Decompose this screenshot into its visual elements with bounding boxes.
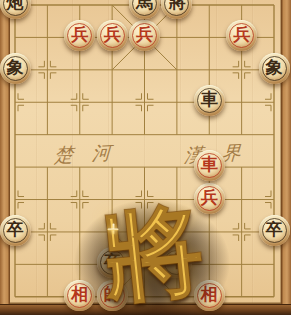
piece-character: 卒 [168, 253, 185, 270]
piece-red-soldier[interactable]: 兵 [129, 20, 160, 51]
piece-black-soldier[interactable]: 卒 [259, 215, 290, 246]
piece-black-soldier[interactable]: 卒 [161, 247, 192, 278]
piece-character: 馬 [136, 0, 153, 11]
piece-red-soldier[interactable]: 兵 [97, 20, 128, 51]
piece-red-general[interactable]: 帥 [97, 280, 128, 311]
piece-black-cannon[interactable]: 炮 [0, 0, 31, 19]
piece-character: 兵 [136, 26, 153, 43]
piece-red-elephant[interactable]: 相 [194, 280, 225, 311]
piece-character: 象 [7, 59, 24, 76]
piece-black-elephant[interactable]: 象 [0, 53, 31, 84]
piece-black-elephant[interactable]: 象 [259, 53, 290, 84]
piece-character: 將 [168, 0, 185, 11]
piece-black-soldier[interactable]: 卒 [0, 215, 31, 246]
piece-black-horse[interactable]: 馬 [129, 0, 160, 19]
piece-character: 相 [201, 286, 218, 303]
piece-character: 相 [71, 286, 88, 303]
xiangqi-board-screen: 楚河 漢界 炮馬將兵兵兵兵象象車車兵卒卒卒卒相帥相 將 [0, 0, 291, 315]
piece-character: 車 [201, 91, 218, 108]
piece-black-general[interactable]: 將 [161, 0, 192, 19]
piece-red-soldier[interactable]: 兵 [64, 20, 95, 51]
piece-character: 卒 [266, 221, 283, 238]
piece-red-soldier[interactable]: 兵 [194, 183, 225, 214]
piece-character: 炮 [7, 0, 24, 11]
piece-red-chariot[interactable]: 車 [194, 150, 225, 181]
piece-character: 象 [266, 59, 283, 76]
piece-character: 卒 [104, 253, 121, 270]
pieces-layer: 炮馬將兵兵兵兵象象車車兵卒卒卒卒相帥相 [0, 0, 291, 315]
piece-black-soldier[interactable]: 卒 [97, 247, 128, 278]
piece-character: 兵 [233, 26, 250, 43]
piece-red-elephant[interactable]: 相 [64, 280, 95, 311]
piece-character: 帥 [104, 286, 121, 303]
piece-black-chariot[interactable]: 車 [194, 85, 225, 116]
piece-character: 兵 [71, 26, 88, 43]
piece-red-soldier[interactable]: 兵 [226, 20, 257, 51]
piece-character: 卒 [7, 221, 24, 238]
piece-character: 兵 [104, 26, 121, 43]
piece-character: 兵 [201, 189, 218, 206]
piece-character: 車 [201, 156, 218, 173]
